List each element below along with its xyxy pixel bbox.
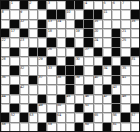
clue-number: 60 (85, 123, 89, 127)
clue-number: 23 (20, 38, 24, 42)
white-cell-r9c9[interactable]: 39 (75, 76, 83, 84)
clue-number: 3 (48, 1, 50, 5)
white-cell-r8c4[interactable] (29, 66, 37, 74)
white-cell-r5c4[interactable] (29, 38, 37, 46)
black-cell-r4c10 (84, 29, 92, 37)
white-cell-r6c1[interactable] (1, 48, 9, 56)
white-cell-r7c5[interactable]: 29 (38, 57, 46, 65)
white-cell-r11c10[interactable]: 46 (84, 95, 92, 103)
white-cell-r9c12[interactable] (103, 76, 111, 84)
white-cell-r11c2[interactable] (10, 95, 18, 103)
white-cell-r8c6[interactable]: 33 (47, 66, 55, 74)
black-cell-r4c1 (1, 29, 9, 37)
clue-number: 50 (57, 104, 61, 108)
white-cell-r14c13[interactable]: 61 (112, 123, 120, 131)
white-cell-r7c11[interactable] (94, 57, 102, 65)
clue-number: 57 (131, 113, 135, 117)
white-cell-r7c1[interactable]: 28 (1, 57, 9, 65)
clue-number: 7 (122, 1, 124, 5)
clue-number: 13 (48, 20, 52, 24)
black-cell-r1c8 (66, 1, 74, 9)
white-cell-r5c12[interactable] (103, 38, 111, 46)
white-cell-r11c6[interactable] (47, 95, 55, 103)
black-cell-r8c8 (66, 66, 74, 74)
white-cell-r8c5[interactable] (38, 66, 46, 74)
white-cell-r7c3[interactable] (20, 57, 28, 65)
white-cell-r12c6[interactable] (47, 104, 55, 112)
white-cell-r7c7[interactable] (57, 57, 65, 65)
black-cell-r8c9 (75, 66, 83, 74)
white-cell-r1c14[interactable]: 7 (121, 1, 129, 9)
clue-number: 22 (2, 38, 6, 42)
black-cell-r8c11 (94, 66, 102, 74)
black-cell-r3c2 (10, 20, 18, 28)
clue-number: 59 (48, 123, 52, 127)
clue-number: 46 (85, 95, 89, 99)
black-cell-r8c7 (57, 66, 65, 74)
white-cell-r3c7[interactable]: 14 (57, 20, 65, 28)
black-cell-r2c6 (47, 10, 55, 18)
white-cell-r11c9[interactable] (75, 95, 83, 103)
black-cell-r2c11 (94, 10, 102, 18)
clue-number: 45 (66, 95, 70, 99)
white-cell-r9c6[interactable] (47, 76, 55, 84)
clue-number: 30 (76, 57, 80, 61)
white-cell-r9c14[interactable]: 41 (121, 76, 129, 84)
white-cell-r11c15[interactable] (131, 95, 139, 103)
black-cell-r12c9 (75, 104, 83, 112)
white-cell-r2c3[interactable]: 9 (20, 10, 28, 18)
white-cell-r12c3[interactable] (20, 104, 28, 112)
white-cell-r8c1[interactable] (1, 66, 9, 74)
clue-number: 41 (122, 76, 126, 80)
white-cell-r9c7[interactable]: 38 (57, 76, 65, 84)
black-cell-r1c9 (75, 1, 83, 9)
white-cell-r14c2[interactable] (10, 123, 18, 131)
black-cell-r8c2 (10, 66, 18, 74)
clue-number: 14 (57, 20, 61, 24)
white-cell-r13c12[interactable] (103, 113, 111, 121)
clue-number: 43 (113, 85, 117, 89)
white-cell-r14c11[interactable] (94, 123, 102, 131)
black-cell-r2c15 (131, 10, 139, 18)
white-cell-r6c14[interactable] (121, 48, 129, 56)
black-cell-r13c3 (20, 113, 28, 121)
white-cell-r13c4[interactable]: 53 (29, 113, 37, 121)
white-cell-r3c8[interactable] (66, 20, 74, 28)
black-cell-r7c12 (103, 57, 111, 65)
white-cell-r6c10[interactable]: 27 (84, 48, 92, 56)
black-cell-r5c6 (47, 38, 55, 46)
white-cell-r12c8[interactable] (66, 104, 74, 112)
white-cell-r4c4[interactable] (29, 29, 37, 37)
black-cell-r5c13 (112, 38, 120, 46)
clue-number: 37 (39, 76, 43, 80)
black-cell-r1c3 (20, 1, 28, 9)
white-cell-r2c2[interactable] (10, 10, 18, 18)
white-cell-r5c11[interactable]: 24 (94, 38, 102, 46)
white-cell-r4c12[interactable] (103, 29, 111, 37)
white-cell-r9c15[interactable] (131, 76, 139, 84)
white-cell-r4c14[interactable]: 21 (121, 29, 129, 37)
white-cell-r6c8[interactable] (66, 48, 74, 56)
white-cell-r4c9[interactable]: 19 (75, 29, 83, 37)
white-cell-r8c15[interactable] (131, 66, 139, 74)
white-cell-r6c12[interactable] (103, 48, 111, 56)
black-cell-r13c1 (1, 113, 9, 121)
black-cell-r14c12 (103, 123, 111, 131)
white-cell-r7c2[interactable] (10, 57, 18, 65)
white-cell-r14c14[interactable] (121, 123, 129, 131)
black-cell-r4c5 (38, 29, 46, 37)
white-cell-r6c7[interactable] (57, 48, 65, 56)
clue-number: 61 (113, 123, 117, 127)
white-cell-r2c8[interactable]: 10 (66, 10, 74, 18)
white-cell-r11c14[interactable]: 48 (121, 95, 129, 103)
black-cell-r4c13 (112, 29, 120, 37)
clue-number: 39 (76, 76, 80, 80)
white-cell-r1c7[interactable] (57, 1, 65, 9)
white-cell-r2c13[interactable] (112, 10, 120, 18)
black-cell-r6c5 (38, 48, 46, 56)
black-cell-r13c14 (121, 113, 129, 121)
white-cell-r9c3[interactable] (20, 76, 28, 84)
black-cell-r1c1 (1, 1, 9, 9)
clue-number: 6 (113, 1, 115, 5)
white-cell-r3c4[interactable] (29, 20, 37, 28)
white-cell-r3c14[interactable] (121, 20, 129, 28)
white-cell-r2c9[interactable] (75, 10, 83, 18)
white-cell-r9c5[interactable]: 37 (38, 76, 46, 84)
clue-number: 55 (94, 113, 98, 117)
white-cell-r5c9[interactable] (75, 38, 83, 46)
white-cell-r6c3[interactable] (20, 48, 28, 56)
white-cell-r1c15[interactable] (131, 1, 139, 9)
white-cell-r5c1[interactable]: 22 (1, 38, 9, 46)
white-cell-r1c2[interactable]: 1 (10, 1, 18, 9)
white-cell-r14c8[interactable] (66, 123, 74, 131)
white-cell-r10c4[interactable] (29, 85, 37, 93)
clue-number: 29 (39, 57, 43, 61)
clue-number: 53 (29, 113, 33, 117)
white-cell-r9c2[interactable] (10, 76, 18, 84)
white-cell-r3c6[interactable]: 13 (47, 20, 55, 28)
black-cell-r7c8 (66, 57, 74, 65)
white-cell-r4c15[interactable] (131, 29, 139, 37)
clue-number: 5 (103, 1, 105, 5)
white-cell-r12c7[interactable]: 50 (57, 104, 65, 112)
clue-number: 35 (122, 66, 126, 70)
white-cell-r7c15[interactable]: 31 (131, 57, 139, 65)
white-cell-r14c15[interactable] (131, 123, 139, 131)
black-cell-r8c13 (112, 66, 120, 74)
white-cell-r12c1[interactable] (1, 104, 9, 112)
white-cell-r12c10[interactable]: 51 (84, 104, 92, 112)
white-cell-r2c1[interactable]: 8 (1, 10, 9, 18)
white-cell-r3c1[interactable] (1, 20, 9, 28)
white-cell-r1c10[interactable]: 4 (84, 1, 92, 9)
white-cell-r6c6[interactable]: 26 (47, 48, 55, 56)
white-cell-r3c11[interactable]: 15 (94, 20, 102, 28)
black-cell-r14c5 (38, 123, 46, 131)
clue-number: 48 (122, 95, 126, 99)
black-cell-r10c2 (10, 85, 18, 93)
white-cell-r12c11[interactable] (94, 104, 102, 112)
black-cell-r4c3 (20, 29, 28, 37)
black-cell-r6c2 (10, 48, 18, 56)
white-cell-r4c2[interactable]: 17 (10, 29, 18, 37)
clue-number: 4 (85, 1, 87, 5)
white-cell-r13c5[interactable] (38, 113, 46, 121)
white-cell-r8c14[interactable]: 35 (121, 66, 129, 74)
black-cell-r5c10 (84, 38, 92, 46)
white-cell-r14c4[interactable] (29, 123, 37, 131)
black-cell-r11c5 (38, 95, 46, 103)
black-cell-r13c6 (47, 113, 55, 121)
black-cell-r3c5 (38, 20, 46, 28)
clue-number: 17 (11, 29, 15, 33)
clue-number: 8 (2, 10, 4, 14)
clue-number: 49 (39, 104, 43, 108)
white-cell-r5c7[interactable] (57, 38, 65, 46)
white-cell-r10c13[interactable]: 43 (112, 85, 120, 93)
white-cell-r10c15[interactable] (131, 85, 139, 93)
white-cell-r12c12[interactable] (103, 104, 111, 112)
white-cell-r10c3[interactable]: 42 (20, 85, 28, 93)
clue-number: 34 (103, 66, 107, 70)
white-cell-r8c3[interactable]: 32 (20, 66, 28, 74)
clue-number: 20 (94, 29, 98, 33)
white-cell-r13c8[interactable] (66, 113, 74, 121)
clue-number: 9 (20, 10, 22, 14)
clue-number: 28 (2, 57, 6, 61)
clue-number: 56 (113, 113, 117, 117)
clue-number: 19 (76, 29, 80, 33)
white-cell-r10c5[interactable] (38, 85, 46, 93)
black-cell-r9c13 (112, 76, 120, 84)
white-cell-r10c14[interactable] (121, 85, 129, 93)
white-cell-r3c13[interactable] (112, 20, 120, 28)
white-cell-r9c11[interactable]: 40 (94, 76, 102, 84)
clue-number: 31 (131, 57, 135, 61)
black-cell-r7c6 (47, 57, 55, 65)
white-cell-r14c6[interactable]: 59 (47, 123, 55, 131)
black-cell-r2c7 (57, 10, 65, 18)
black-cell-r11c13 (112, 95, 120, 103)
white-cell-r1c4[interactable]: 2 (29, 1, 37, 9)
black-cell-r14c9 (75, 123, 83, 131)
white-cell-r14c3[interactable] (20, 123, 28, 131)
black-cell-r12c13 (112, 104, 120, 112)
white-cell-r5c5[interactable] (38, 38, 46, 46)
black-cell-r6c4 (29, 48, 37, 56)
white-cell-r3c3[interactable]: 12 (20, 20, 28, 28)
clue-number: 15 (94, 20, 98, 24)
black-cell-r7c14 (121, 57, 129, 65)
crossword-grid: 1234567891011121314151617181920212223242… (0, 0, 140, 132)
white-cell-r5c3[interactable]: 23 (20, 38, 28, 46)
white-cell-r10c7[interactable] (57, 85, 65, 93)
clue-number: 42 (20, 85, 24, 89)
white-cell-r10c6[interactable] (47, 85, 55, 93)
white-cell-r8c12[interactable]: 34 (103, 66, 111, 74)
clue-number: 58 (2, 123, 6, 127)
black-cell-r6c9 (75, 48, 83, 56)
white-cell-r13c15[interactable]: 57 (131, 113, 139, 121)
black-cell-r3c9 (75, 20, 83, 28)
white-cell-r3c12[interactable] (103, 20, 111, 28)
black-cell-r9c4 (29, 76, 37, 84)
white-cell-r7c4[interactable] (29, 57, 37, 65)
clue-number: 24 (94, 38, 98, 42)
clue-number: 47 (103, 95, 107, 99)
white-cell-r13c7[interactable]: 54 (57, 113, 65, 121)
black-cell-r12c2 (10, 104, 18, 112)
clue-number: 2 (29, 1, 31, 5)
white-cell-r1c6[interactable]: 3 (47, 1, 55, 9)
white-cell-r2c12[interactable]: 11 (103, 10, 111, 18)
white-cell-r4c7[interactable] (57, 29, 65, 37)
white-cell-r4c8[interactable] (66, 29, 74, 37)
black-cell-r6c15 (131, 48, 139, 56)
white-cell-r12c5[interactable]: 49 (38, 104, 46, 112)
white-cell-r12c14[interactable] (121, 104, 129, 112)
white-cell-r13c9[interactable] (75, 113, 83, 121)
black-cell-r11c7 (57, 95, 65, 103)
clue-number: 26 (48, 48, 52, 52)
clue-number: 10 (66, 10, 70, 14)
white-cell-r1c13[interactable]: 6 (112, 1, 120, 9)
white-cell-r4c6[interactable]: 18 (47, 29, 55, 37)
white-cell-r11c8[interactable]: 45 (66, 95, 74, 103)
black-cell-r13c10 (84, 113, 92, 121)
white-cell-r13c13[interactable]: 56 (112, 113, 120, 121)
white-cell-r1c11[interactable] (94, 1, 102, 9)
white-cell-r11c4[interactable] (29, 95, 37, 103)
clue-number: 21 (122, 29, 126, 33)
white-cell-r5c14[interactable]: 25 (121, 38, 129, 46)
black-cell-r10c8 (66, 85, 74, 93)
clue-number: 44 (2, 95, 6, 99)
white-cell-r10c1[interactable] (1, 85, 9, 93)
white-cell-r4c11[interactable]: 20 (94, 29, 102, 37)
white-cell-r3c15[interactable]: 16 (131, 20, 139, 28)
black-cell-r3c10 (84, 20, 92, 28)
clue-number: 25 (122, 38, 126, 42)
clue-number: 1 (11, 1, 13, 5)
white-cell-r2c4[interactable] (29, 10, 37, 18)
black-cell-r10c10 (84, 85, 92, 93)
black-cell-r10c12 (103, 85, 111, 93)
white-cell-r14c7[interactable] (57, 123, 65, 131)
white-cell-r11c12[interactable]: 47 (103, 95, 111, 103)
black-cell-r1c5 (38, 1, 46, 9)
white-cell-r7c10[interactable] (84, 57, 92, 65)
clue-number: 33 (48, 66, 52, 70)
clue-number: 38 (57, 76, 61, 80)
white-cell-r5c15[interactable] (131, 38, 139, 46)
black-cell-r2c10 (84, 10, 92, 18)
clue-number: 40 (94, 76, 98, 80)
white-cell-r13c11[interactable]: 55 (94, 113, 102, 121)
black-cell-r6c11 (94, 48, 102, 56)
clue-number: 27 (85, 48, 89, 52)
clue-number: 54 (57, 113, 61, 117)
white-cell-r2c5[interactable] (38, 10, 46, 18)
white-cell-r5c2[interactable] (10, 38, 18, 46)
black-cell-r5c8 (66, 38, 74, 46)
clue-number: 12 (20, 20, 24, 24)
black-cell-r12c4 (29, 104, 37, 112)
white-cell-r11c1[interactable]: 44 (1, 95, 9, 103)
black-cell-r12c15 (131, 104, 139, 112)
clue-number: 18 (48, 29, 52, 33)
clue-number: 11 (103, 10, 107, 14)
white-cell-r10c11[interactable] (94, 85, 102, 93)
white-cell-r9c1[interactable]: 36 (1, 76, 9, 84)
white-cell-r9c10[interactable] (84, 76, 92, 84)
white-cell-r11c3[interactable] (20, 95, 28, 103)
white-cell-r7c13[interactable] (112, 57, 120, 65)
white-cell-r14c1[interactable]: 58 (1, 123, 9, 131)
white-cell-r14c10[interactable]: 60 (84, 123, 92, 131)
clue-number: 52 (11, 113, 15, 117)
clue-number: 16 (131, 20, 135, 24)
clue-number: 51 (85, 104, 89, 108)
white-cell-r8c10[interactable] (84, 66, 92, 74)
white-cell-r1c12[interactable]: 5 (103, 1, 111, 9)
white-cell-r7c9[interactable]: 30 (75, 57, 83, 65)
clue-number: 36 (2, 76, 6, 80)
white-cell-r10c9[interactable] (75, 85, 83, 93)
black-cell-r6c13 (112, 48, 120, 56)
white-cell-r13c2[interactable]: 52 (10, 113, 18, 121)
white-cell-r2c14[interactable] (121, 10, 129, 18)
clue-number: 32 (20, 66, 24, 70)
black-cell-r9c8 (66, 76, 74, 84)
white-cell-r11c11[interactable] (94, 95, 102, 103)
